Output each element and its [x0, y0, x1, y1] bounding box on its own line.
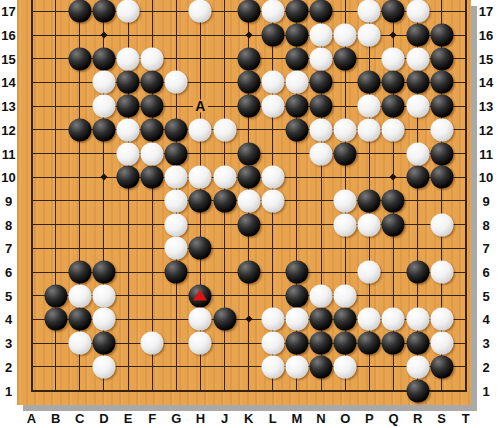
white-stone-P12[interactable]	[358, 118, 381, 141]
black-stone-M16[interactable]	[285, 24, 308, 47]
white-stone-P8[interactable]	[358, 213, 381, 236]
black-stone-M12[interactable]	[285, 118, 308, 141]
coord-bottom-Q: Q	[388, 411, 398, 426]
coord-left-6: 6	[5, 265, 12, 280]
white-stone-D14[interactable]	[92, 71, 115, 94]
black-stone-C6[interactable]	[68, 261, 91, 284]
coord-bottom-H: H	[196, 411, 205, 426]
black-stone-O11[interactable]	[334, 142, 357, 165]
black-stone-M6[interactable]	[285, 261, 308, 284]
coord-right-9: 9	[482, 193, 489, 208]
black-stone-F14[interactable]	[141, 71, 164, 94]
white-stone-F15[interactable]	[141, 47, 164, 70]
coord-left-4: 4	[5, 312, 12, 327]
last-move-triangle-marker-H5	[193, 289, 207, 300]
black-stone-R1[interactable]	[406, 379, 429, 402]
white-stone-G9[interactable]	[165, 189, 188, 212]
white-stone-E11[interactable]	[117, 142, 140, 165]
coord-bottom-F: F	[148, 411, 156, 426]
white-stone-G8[interactable]	[165, 213, 188, 236]
black-stone-R14[interactable]	[406, 71, 429, 94]
white-stone-Q4[interactable]	[382, 308, 405, 331]
coord-right-3: 3	[482, 336, 489, 351]
white-stone-E15[interactable]	[117, 47, 140, 70]
white-stone-L14[interactable]	[261, 71, 284, 94]
black-stone-E14[interactable]	[117, 71, 140, 94]
coord-bottom-T: T	[462, 411, 470, 426]
coord-right-15: 15	[479, 51, 493, 66]
black-stone-C15[interactable]	[68, 47, 91, 70]
black-stone-M17[interactable]	[285, 0, 308, 23]
annotation-letter-H13[interactable]: A	[193, 100, 207, 113]
black-stone-D6[interactable]	[92, 261, 115, 284]
white-stone-L9[interactable]	[261, 189, 284, 212]
coord-bottom-C: C	[75, 411, 84, 426]
coord-bottom-K: K	[244, 411, 253, 426]
black-stone-S14[interactable]	[430, 71, 453, 94]
white-stone-R13[interactable]	[406, 95, 429, 118]
white-stone-J10[interactable]	[213, 166, 236, 189]
coord-bottom-S: S	[437, 411, 446, 426]
black-stone-S15[interactable]	[430, 47, 453, 70]
white-stone-K9[interactable]	[237, 189, 260, 212]
black-stone-O3[interactable]	[334, 332, 357, 355]
coord-left-9: 9	[5, 193, 12, 208]
coord-bottom-N: N	[316, 411, 325, 426]
white-stone-H3[interactable]	[189, 332, 212, 355]
coord-bottom-G: G	[171, 411, 181, 426]
black-stone-D15[interactable]	[92, 47, 115, 70]
coord-bottom-R: R	[413, 411, 422, 426]
white-stone-N12[interactable]	[310, 118, 333, 141]
coord-left-8: 8	[5, 217, 12, 232]
white-stone-N11[interactable]	[310, 142, 333, 165]
grid-line-col-B	[55, 0, 56, 392]
black-stone-B4[interactable]	[44, 308, 67, 331]
coord-left-3: 3	[5, 336, 12, 351]
black-stone-K11[interactable]	[237, 142, 260, 165]
coord-right-1: 1	[482, 383, 489, 398]
black-stone-N4[interactable]	[310, 308, 333, 331]
white-stone-C3[interactable]	[68, 332, 91, 355]
go-board-screenshot: A 17161514131211109876543211716151413121…	[0, 0, 500, 428]
white-stone-P6[interactable]	[358, 261, 381, 284]
coord-left-15: 15	[1, 51, 15, 66]
white-stone-O8[interactable]	[334, 213, 357, 236]
black-stone-F12[interactable]	[141, 118, 164, 141]
white-stone-N16[interactable]	[310, 24, 333, 47]
black-stone-E10[interactable]	[117, 166, 140, 189]
white-stone-Q15[interactable]	[382, 47, 405, 70]
white-stone-O12[interactable]	[334, 118, 357, 141]
black-stone-D12[interactable]	[92, 118, 115, 141]
white-stone-L10[interactable]	[261, 166, 284, 189]
white-stone-E17[interactable]	[117, 0, 140, 23]
coord-right-7: 7	[482, 241, 489, 256]
black-stone-P9[interactable]	[358, 189, 381, 212]
coord-left-13: 13	[1, 99, 15, 114]
white-stone-R2[interactable]	[406, 355, 429, 378]
white-stone-L4[interactable]	[261, 308, 284, 331]
white-stone-O2[interactable]	[334, 355, 357, 378]
black-stone-D17[interactable]	[92, 0, 115, 23]
black-stone-O4[interactable]	[334, 308, 357, 331]
white-stone-S8[interactable]	[430, 213, 453, 236]
white-stone-D13[interactable]	[92, 95, 115, 118]
coord-right-8: 8	[482, 217, 489, 232]
black-stone-L16[interactable]	[261, 24, 284, 47]
white-stone-S4[interactable]	[430, 308, 453, 331]
white-stone-E12[interactable]	[117, 118, 140, 141]
grid-line-col-A	[31, 0, 33, 392]
black-stone-N13[interactable]	[310, 95, 333, 118]
black-stone-R10[interactable]	[406, 166, 429, 189]
black-stone-H9[interactable]	[189, 189, 212, 212]
coord-left-11: 11	[2, 146, 16, 161]
black-stone-C4[interactable]	[68, 308, 91, 331]
black-stone-J9[interactable]	[213, 189, 236, 212]
black-stone-P14[interactable]	[358, 71, 381, 94]
black-stone-N14[interactable]	[310, 71, 333, 94]
coord-right-2: 2	[482, 359, 489, 374]
black-stone-R6[interactable]	[406, 261, 429, 284]
coord-right-14: 14	[479, 75, 493, 90]
white-stone-D5[interactable]	[92, 284, 115, 307]
white-stone-R11[interactable]	[406, 142, 429, 165]
white-stone-N5[interactable]	[310, 284, 333, 307]
black-stone-K17[interactable]	[237, 0, 260, 23]
coord-left-17: 17	[1, 4, 15, 19]
white-stone-Q12[interactable]	[382, 118, 405, 141]
black-stone-N3[interactable]	[310, 332, 333, 355]
coord-left-7: 7	[5, 241, 12, 256]
white-stone-C5[interactable]	[68, 284, 91, 307]
coord-bottom-J: J	[221, 411, 228, 426]
black-stone-G11[interactable]	[165, 142, 188, 165]
black-stone-S2[interactable]	[430, 355, 453, 378]
black-stone-R16[interactable]	[406, 24, 429, 47]
white-stone-R4[interactable]	[406, 308, 429, 331]
black-stone-H7[interactable]	[189, 237, 212, 260]
coord-left-12: 12	[1, 122, 15, 137]
black-stone-Q9[interactable]	[382, 189, 405, 212]
white-stone-R15[interactable]	[406, 47, 429, 70]
black-stone-C17[interactable]	[68, 0, 91, 23]
white-stone-G7[interactable]	[165, 237, 188, 260]
coord-left-16: 16	[1, 28, 15, 43]
black-stone-R3[interactable]	[406, 332, 429, 355]
white-stone-D2[interactable]	[92, 355, 115, 378]
black-stone-Q14[interactable]	[382, 71, 405, 94]
coord-bottom-M: M	[292, 411, 303, 426]
black-stone-K14[interactable]	[237, 71, 260, 94]
black-stone-S10[interactable]	[430, 166, 453, 189]
white-stone-O5[interactable]	[334, 284, 357, 307]
coord-right-11: 11	[479, 146, 493, 161]
white-stone-F11[interactable]	[141, 142, 164, 165]
black-stone-S11[interactable]	[430, 142, 453, 165]
black-stone-Q3[interactable]	[382, 332, 405, 355]
black-stone-M13[interactable]	[285, 95, 308, 118]
black-stone-M3[interactable]	[285, 332, 308, 355]
white-stone-H17[interactable]	[189, 0, 212, 23]
black-stone-P3[interactable]	[358, 332, 381, 355]
white-stone-S6[interactable]	[430, 261, 453, 284]
white-stone-S3[interactable]	[430, 332, 453, 355]
coord-right-4: 4	[482, 312, 489, 327]
black-stone-K8[interactable]	[237, 213, 260, 236]
black-stone-O15[interactable]	[334, 47, 357, 70]
black-stone-Q8[interactable]	[382, 213, 405, 236]
black-stone-J4[interactable]	[213, 308, 236, 331]
black-stone-F10[interactable]	[141, 166, 164, 189]
white-stone-L2[interactable]	[261, 355, 284, 378]
white-stone-G14[interactable]	[165, 71, 188, 94]
white-stone-L3[interactable]	[261, 332, 284, 355]
white-stone-R17[interactable]	[406, 0, 429, 23]
coord-bottom-P: P	[365, 411, 374, 426]
white-stone-O9[interactable]	[334, 189, 357, 212]
coord-left-5: 5	[5, 288, 12, 303]
black-stone-K15[interactable]	[237, 47, 260, 70]
white-stone-H4[interactable]	[189, 308, 212, 331]
black-stone-E13[interactable]	[117, 95, 140, 118]
white-stone-P13[interactable]	[358, 95, 381, 118]
coord-right-10: 10	[479, 170, 493, 185]
white-stone-M14[interactable]	[285, 71, 308, 94]
white-stone-P16[interactable]	[358, 24, 381, 47]
white-stone-M2[interactable]	[285, 355, 308, 378]
coord-left-10: 10	[1, 170, 15, 185]
white-stone-F3[interactable]	[141, 332, 164, 355]
black-stone-C12[interactable]	[68, 118, 91, 141]
board-edge-shadow-right	[471, 6, 477, 411]
white-stone-J12[interactable]	[213, 118, 236, 141]
black-stone-N2[interactable]	[310, 355, 333, 378]
grid-line-col-T	[465, 0, 467, 392]
black-stone-D3[interactable]	[92, 332, 115, 355]
white-stone-D4[interactable]	[92, 308, 115, 331]
white-stone-O16[interactable]	[334, 24, 357, 47]
coord-bottom-L: L	[269, 411, 277, 426]
black-stone-M15[interactable]	[285, 47, 308, 70]
coord-right-17: 17	[479, 4, 493, 19]
black-stone-F13[interactable]	[141, 95, 164, 118]
black-stone-N17[interactable]	[310, 0, 333, 23]
white-stone-N15[interactable]	[310, 47, 333, 70]
white-stone-M4[interactable]	[285, 308, 308, 331]
black-stone-Q13[interactable]	[382, 95, 405, 118]
black-stone-G6[interactable]	[165, 261, 188, 284]
black-stone-K13[interactable]	[237, 95, 260, 118]
black-stone-S13[interactable]	[430, 95, 453, 118]
white-stone-S12[interactable]	[430, 118, 453, 141]
white-stone-L17[interactable]	[261, 0, 284, 23]
white-stone-G10[interactable]	[165, 166, 188, 189]
white-stone-L13[interactable]	[261, 95, 284, 118]
white-stone-P17[interactable]	[358, 0, 381, 23]
white-stone-H12[interactable]	[189, 118, 212, 141]
black-stone-K10[interactable]	[237, 166, 260, 189]
coord-bottom-O: O	[340, 411, 350, 426]
black-stone-G12[interactable]	[165, 118, 188, 141]
coord-left-14: 14	[1, 75, 15, 90]
coord-right-12: 12	[479, 122, 493, 137]
coord-bottom-B: B	[51, 411, 60, 426]
coord-right-6: 6	[482, 265, 489, 280]
black-stone-K6[interactable]	[237, 261, 260, 284]
white-stone-H10[interactable]	[189, 166, 212, 189]
coord-bottom-A: A	[27, 411, 36, 426]
black-stone-S16[interactable]	[430, 24, 453, 47]
coord-right-16: 16	[479, 28, 493, 43]
black-stone-B5[interactable]	[44, 284, 67, 307]
coord-left-1: 1	[5, 383, 12, 398]
white-stone-P4[interactable]	[358, 308, 381, 331]
coord-right-13: 13	[479, 99, 493, 114]
black-stone-Q17[interactable]	[382, 0, 405, 23]
coord-bottom-E: E	[124, 411, 133, 426]
coord-left-2: 2	[5, 359, 12, 374]
coord-bottom-D: D	[99, 411, 108, 426]
black-stone-M5[interactable]	[285, 284, 308, 307]
coord-right-5: 5	[482, 288, 489, 303]
